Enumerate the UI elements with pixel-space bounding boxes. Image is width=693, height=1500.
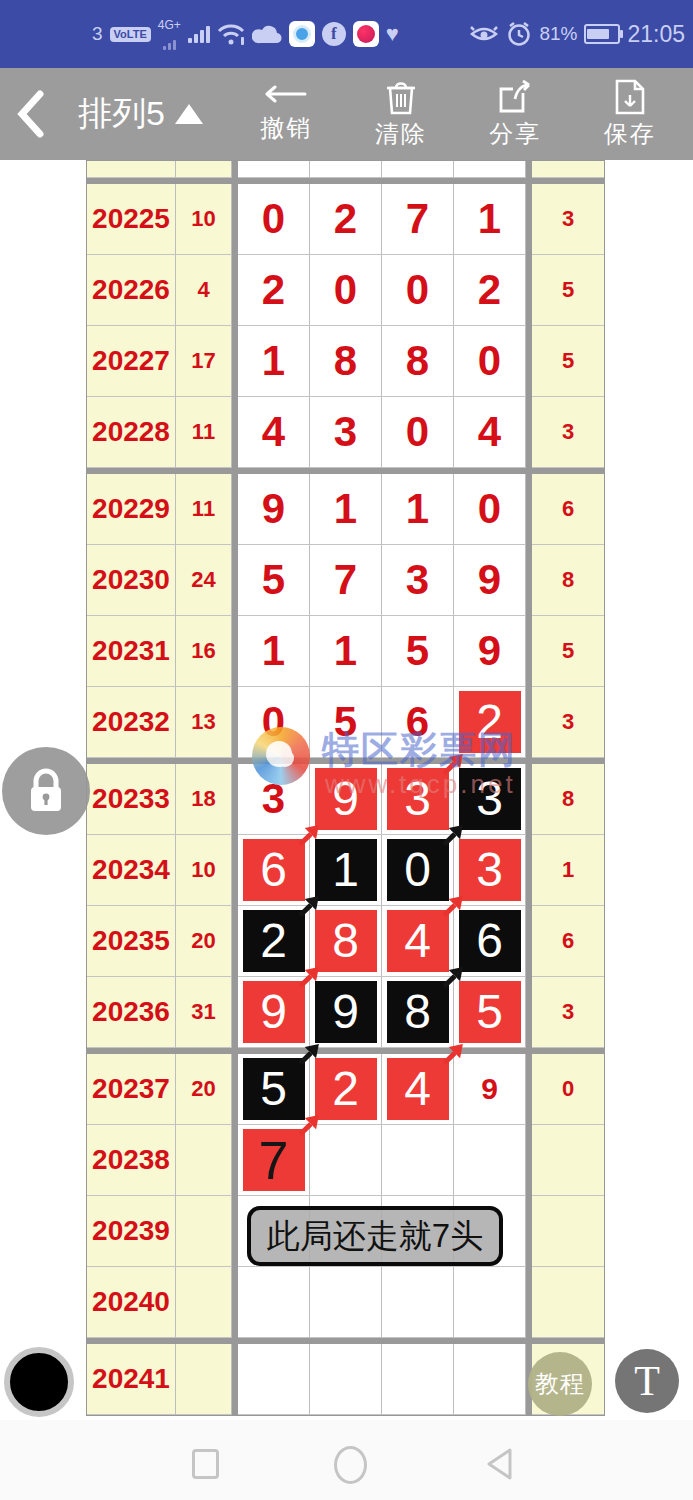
tail-cell: 3 <box>532 184 604 255</box>
eye-comfort-icon <box>469 22 499 46</box>
red-marked-digit: 8 <box>315 910 377 972</box>
digit-cell[interactable]: 1 <box>238 326 310 397</box>
back-triangle-icon[interactable] <box>484 1447 514 1481</box>
save-file-icon <box>615 79 645 115</box>
period-cell: 20229 <box>87 474 176 545</box>
digit-cell[interactable]: 1 <box>238 616 310 687</box>
volte-badge: VoLTE <box>110 27 151 42</box>
sim-slot-number: 3 <box>92 23 103 45</box>
trash-icon <box>384 79 418 115</box>
digit-cell[interactable]: 0 <box>454 474 526 545</box>
black-marked-digit: 9 <box>315 981 377 1043</box>
count-cell: 10 <box>176 184 232 255</box>
period-cell <box>87 161 176 178</box>
tail-cell <box>532 1125 604 1196</box>
digit-cell[interactable]: 2 <box>454 687 526 758</box>
table-row: 202372052490 <box>87 1054 604 1125</box>
tail-cell: 3 <box>532 687 604 758</box>
period-cell: 20239 <box>87 1196 176 1267</box>
table-row: 202331839338 <box>87 764 604 835</box>
digit-cell[interactable] <box>454 1344 526 1415</box>
tail-cell: 6 <box>532 474 604 545</box>
digit-cell[interactable]: 8 <box>382 326 454 397</box>
text-tool-button[interactable]: T <box>615 1349 679 1413</box>
period-cell: 20240 <box>87 1267 176 1338</box>
red-marked-digit: 5 <box>459 981 521 1043</box>
period-cell: 20234 <box>87 835 176 906</box>
tail-cell <box>532 1267 604 1338</box>
digit-cell[interactable] <box>310 1344 382 1415</box>
digit-cell[interactable] <box>382 1125 454 1196</box>
count-cell: 20 <box>176 1054 232 1125</box>
home-circle-icon[interactable] <box>334 1446 367 1484</box>
digit-cell[interactable]: 9 <box>454 1054 526 1125</box>
count-cell <box>176 1125 232 1196</box>
digit-cell[interactable]: 5 <box>454 977 526 1048</box>
digit-cell[interactable]: 9 <box>238 977 310 1048</box>
tail-cell: 8 <box>532 545 604 616</box>
digit-cell[interactable]: 9 <box>310 764 382 835</box>
status-bar: 3 VoLTE 4G+ f ♥ <box>0 0 693 68</box>
count-cell <box>176 1267 232 1338</box>
black-marked-digit: 1 <box>315 839 377 901</box>
lock-icon <box>26 768 66 814</box>
red-marked-digit: 2 <box>459 691 521 753</box>
digit-cell[interactable]: 5 <box>238 1054 310 1125</box>
black-marked-digit: 3 <box>459 768 521 830</box>
period-cell: 20233 <box>87 764 176 835</box>
tail-cell: 5 <box>532 255 604 326</box>
count-cell: 24 <box>176 545 232 616</box>
table-row: 202341061031 <box>87 835 604 906</box>
tail-cell: 6 <box>532 906 604 977</box>
table-row: 202321305623 <box>87 687 604 758</box>
table-row: 202271718805 <box>87 326 604 397</box>
digit-cell[interactable] <box>310 1125 382 1196</box>
health-heart-icon: ♥ <box>386 23 399 45</box>
digit-cell[interactable] <box>454 161 526 178</box>
period-cell: 20235 <box>87 906 176 977</box>
digit-cell[interactable]: 7 <box>382 184 454 255</box>
lottery-type-selector[interactable]: 排列5 <box>78 91 203 137</box>
count-cell: 20 <box>176 906 232 977</box>
digit-cell[interactable]: 8 <box>382 977 454 1048</box>
count-cell: 16 <box>176 616 232 687</box>
digit-cell[interactable]: 2 <box>310 1054 382 1125</box>
table-row: 202387 <box>87 1125 604 1196</box>
tail-cell: 3 <box>532 977 604 1048</box>
digit-cell[interactable]: 0 <box>382 397 454 468</box>
digit-cell[interactable] <box>454 1125 526 1196</box>
facebook-icon: f <box>322 22 346 46</box>
battery-icon <box>584 24 620 44</box>
digit-cell[interactable]: 1 <box>310 835 382 906</box>
tail-cell: 8 <box>532 764 604 835</box>
toolbar-actions: 撤销 清除 分享 <box>229 79 687 150</box>
black-marked-digit: 2 <box>243 910 305 972</box>
digit-cell[interactable]: 3 <box>454 764 526 835</box>
black-marked-digit: 5 <box>243 1058 305 1120</box>
table-row: 202251002713 <box>87 184 604 255</box>
red-marked-digit: 9 <box>315 768 377 830</box>
period-cell: 20236 <box>87 977 176 1048</box>
digit-cell[interactable] <box>310 161 382 178</box>
tail-cell: 1 <box>532 835 604 906</box>
red-marked-digit: 6 <box>243 839 305 901</box>
undo-label: 撤销 <box>260 112 312 144</box>
count-cell: 10 <box>176 835 232 906</box>
red-marked-digit: 9 <box>243 981 305 1043</box>
digit-cell[interactable]: 2 <box>454 255 526 326</box>
network-type-label: 4G+ <box>158 19 181 31</box>
page-title: 排列5 <box>78 91 165 137</box>
digit-cell[interactable]: 3 <box>382 764 454 835</box>
lock-button[interactable] <box>2 747 90 835</box>
digit-cell[interactable]: 1 <box>454 184 526 255</box>
period-cell: 20227 <box>87 326 176 397</box>
digit-cell[interactable]: 0 <box>382 255 454 326</box>
digit-cell[interactable]: 2 <box>238 255 310 326</box>
red-marked-digit: 4 <box>387 910 449 972</box>
digit-cell[interactable]: 5 <box>238 545 310 616</box>
back-button[interactable] <box>0 68 60 160</box>
digit-cell[interactable]: 9 <box>310 977 382 1048</box>
period-cell: 20230 <box>87 545 176 616</box>
save-button[interactable]: 保存 <box>604 79 656 150</box>
digit-cell[interactable] <box>310 1267 382 1338</box>
digit-cell[interactable] <box>238 1267 310 1338</box>
tutorial-button[interactable]: 教程 <box>528 1352 592 1416</box>
red-marked-digit: 3 <box>459 839 521 901</box>
tail-cell <box>532 1196 604 1267</box>
digit-cell[interactable]: 3 <box>454 835 526 906</box>
red-app-icon <box>353 21 379 47</box>
digit-cell[interactable]: 0 <box>310 255 382 326</box>
digit-cell[interactable]: 9 <box>238 474 310 545</box>
digit-cell[interactable] <box>238 1344 310 1415</box>
digit-cell[interactable]: 3 <box>382 545 454 616</box>
secondary-signal-icon <box>163 32 176 50</box>
digit-cell[interactable] <box>382 1344 454 1415</box>
digit-cell[interactable]: 6 <box>238 835 310 906</box>
black-pen-color-button[interactable] <box>4 1347 74 1417</box>
tail-cell: 5 <box>532 326 604 397</box>
count-cell <box>176 1196 232 1267</box>
digit-cell[interactable]: 0 <box>238 184 310 255</box>
black-marked-digit: 0 <box>387 839 449 901</box>
tail-cell <box>532 161 604 178</box>
share-label: 分享 <box>489 118 541 150</box>
digit-cell[interactable]: 9 <box>454 545 526 616</box>
digit-cell[interactable]: 7 <box>238 1125 310 1196</box>
table-row: 202281143043 <box>87 397 604 468</box>
digit-cell[interactable] <box>454 1267 526 1338</box>
digit-cell[interactable]: 4 <box>382 1054 454 1125</box>
digit-cell[interactable]: 4 <box>454 397 526 468</box>
undo-arrow-icon <box>265 79 307 109</box>
count-cell: 18 <box>176 764 232 835</box>
count-cell: 13 <box>176 687 232 758</box>
status-right-cluster: 81% 21:05 <box>469 21 685 48</box>
red-marked-digit: 7 <box>243 1129 305 1191</box>
digit-cell[interactable]: 5 <box>382 616 454 687</box>
alarm-clock-icon <box>506 21 532 47</box>
digit-cell[interactable]: 6 <box>454 906 526 977</box>
period-cell: 20241 <box>87 1344 176 1415</box>
digit-cell[interactable]: 3 <box>310 397 382 468</box>
digit-cell[interactable]: 7 <box>310 545 382 616</box>
digit-cell[interactable]: 4 <box>382 906 454 977</box>
digit-cell[interactable]: 1 <box>382 474 454 545</box>
count-cell <box>176 1344 232 1415</box>
table-row: 20241 <box>87 1344 604 1415</box>
count-cell: 11 <box>176 474 232 545</box>
cloud-icon <box>252 23 282 45</box>
period-cell: 20231 <box>87 616 176 687</box>
table-row: 202311611595 <box>87 616 604 687</box>
dropdown-up-triangle-icon <box>175 104 203 124</box>
digit-cell[interactable]: 4 <box>238 397 310 468</box>
browser-app-icon <box>289 21 315 47</box>
digit-cell[interactable] <box>238 161 310 178</box>
digit-cell[interactable]: 6 <box>382 687 454 758</box>
digit-cell[interactable]: 0 <box>382 835 454 906</box>
status-left-cluster: 3 VoLTE 4G+ f ♥ <box>92 19 399 50</box>
app-screen: 3 VoLTE 4G+ f ♥ <box>0 0 693 1500</box>
undo-button[interactable]: 撤销 <box>260 79 312 150</box>
digit-cell[interactable]: 2 <box>238 906 310 977</box>
digit-cell[interactable]: 3 <box>238 764 310 835</box>
digit-cell[interactable]: 2 <box>310 184 382 255</box>
table-row: 202302457398 <box>87 545 604 616</box>
period-cell: 20232 <box>87 687 176 758</box>
digit-cell[interactable]: 0 <box>454 326 526 397</box>
table-row: 202352028466 <box>87 906 604 977</box>
share-icon <box>497 79 533 115</box>
table-row: 20226420025 <box>87 255 604 326</box>
tail-cell: 0 <box>532 1054 604 1125</box>
battery-percent-label: 81% <box>539 23 577 45</box>
table-row: 202291191106 <box>87 474 604 545</box>
toolbar: 排列5 撤销 清除 <box>0 68 693 160</box>
period-cell: 20237 <box>87 1054 176 1125</box>
count-cell: 11 <box>176 397 232 468</box>
count-cell: 4 <box>176 255 232 326</box>
period-cell: 20228 <box>87 397 176 468</box>
digit-cell[interactable]: 0 <box>238 687 310 758</box>
android-nav-bar <box>0 1420 693 1500</box>
digit-cell[interactable]: 8 <box>310 326 382 397</box>
period-cell: 20238 <box>87 1125 176 1196</box>
period-cell: 20225 <box>87 184 176 255</box>
clear-button[interactable]: 清除 <box>375 79 427 150</box>
period-cell: 20226 <box>87 255 176 326</box>
digit-cell[interactable]: 1 <box>310 474 382 545</box>
black-marked-digit: 6 <box>459 910 521 972</box>
count-cell: 17 <box>176 326 232 397</box>
share-button[interactable]: 分享 <box>489 79 541 150</box>
clear-label: 清除 <box>375 118 427 150</box>
signal-strength-icon <box>188 25 210 43</box>
digit-cell[interactable]: 9 <box>454 616 526 687</box>
recents-square-icon[interactable] <box>192 1449 219 1479</box>
table-row: 20240 <box>87 1267 604 1338</box>
partial-top-row <box>87 161 604 178</box>
digit-cell[interactable]: 1 <box>310 616 382 687</box>
digit-cell[interactable] <box>382 161 454 178</box>
tail-cell: 5 <box>532 616 604 687</box>
annotation-note[interactable]: 此局还走就7头 <box>247 1206 503 1266</box>
digit-cell[interactable]: 8 <box>310 906 382 977</box>
wifi-icon <box>217 22 245 46</box>
digit-cell[interactable]: 5 <box>310 687 382 758</box>
tail-cell: 3 <box>532 397 604 468</box>
table-row: 202363199853 <box>87 977 604 1048</box>
count-cell <box>176 161 232 178</box>
clock-time-label: 21:05 <box>627 21 685 48</box>
count-cell: 31 <box>176 977 232 1048</box>
black-marked-digit: 8 <box>387 981 449 1043</box>
red-marked-digit: 2 <box>315 1058 377 1120</box>
red-marked-digit: 3 <box>387 768 449 830</box>
red-marked-digit: 4 <box>387 1058 449 1120</box>
digit-cell[interactable] <box>382 1267 454 1338</box>
back-chevron-icon <box>16 90 44 138</box>
save-label: 保存 <box>604 118 656 150</box>
